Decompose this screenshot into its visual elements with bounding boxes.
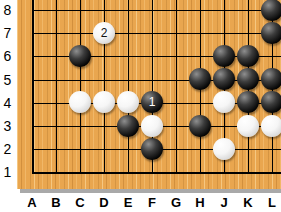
stone-white-J2[interactable] bbox=[213, 138, 235, 160]
stone-white-K3[interactable] bbox=[237, 115, 259, 137]
col-label-C: C bbox=[70, 194, 90, 211]
stone-white-L3[interactable] bbox=[261, 115, 281, 137]
go-diagram: 12 87654321 ABCDEFGHJKL bbox=[0, 0, 281, 212]
stone-black-C6[interactable] bbox=[69, 45, 91, 67]
stone-white-D4[interactable] bbox=[93, 91, 115, 113]
stone-black-K4[interactable] bbox=[237, 91, 259, 113]
stone-white-E4[interactable] bbox=[117, 91, 139, 113]
col-label-L: L bbox=[262, 194, 281, 211]
move-number-label: 2 bbox=[101, 27, 108, 39]
stone-black-L7[interactable] bbox=[261, 22, 281, 44]
stone-black-J6[interactable] bbox=[213, 45, 235, 67]
col-label-A: A bbox=[22, 194, 42, 211]
stone-black-E3[interactable] bbox=[117, 115, 139, 137]
move-number-label: 1 bbox=[149, 96, 156, 108]
stone-black-F2[interactable] bbox=[141, 138, 163, 160]
row-label-7: 7 bbox=[0, 24, 15, 42]
col-label-F: F bbox=[142, 194, 162, 211]
col-label-E: E bbox=[118, 194, 138, 211]
stone-black-L8[interactable] bbox=[261, 0, 281, 21]
col-label-J: J bbox=[214, 194, 234, 211]
row-label-4: 4 bbox=[0, 94, 15, 112]
col-label-K: K bbox=[238, 194, 258, 211]
col-label-G: G bbox=[166, 194, 186, 211]
stone-black-H5[interactable] bbox=[189, 68, 211, 90]
row-label-5: 5 bbox=[0, 71, 15, 89]
col-label-B: B bbox=[46, 194, 66, 211]
stone-black-L5[interactable] bbox=[261, 68, 281, 90]
stone-black-K6[interactable] bbox=[237, 45, 259, 67]
row-label-1: 1 bbox=[0, 163, 15, 181]
row-label-6: 6 bbox=[0, 47, 15, 65]
col-label-D: D bbox=[94, 194, 114, 211]
stone-black-F4[interactable]: 1 bbox=[141, 91, 163, 113]
stone-white-F3[interactable] bbox=[141, 115, 163, 137]
stone-white-C4[interactable] bbox=[69, 91, 91, 113]
stone-black-J5[interactable] bbox=[213, 68, 235, 90]
row-label-8: 8 bbox=[0, 1, 15, 19]
stone-black-L4[interactable] bbox=[261, 91, 281, 113]
stone-black-K5[interactable] bbox=[237, 68, 259, 90]
go-board[interactable]: 12 bbox=[20, 0, 281, 184]
col-label-H: H bbox=[190, 194, 210, 211]
row-label-3: 3 bbox=[0, 117, 15, 135]
stone-black-H3[interactable] bbox=[189, 115, 211, 137]
stone-white-D7[interactable]: 2 bbox=[93, 22, 115, 44]
stone-white-J4[interactable] bbox=[213, 91, 235, 113]
row-label-2: 2 bbox=[0, 140, 15, 158]
